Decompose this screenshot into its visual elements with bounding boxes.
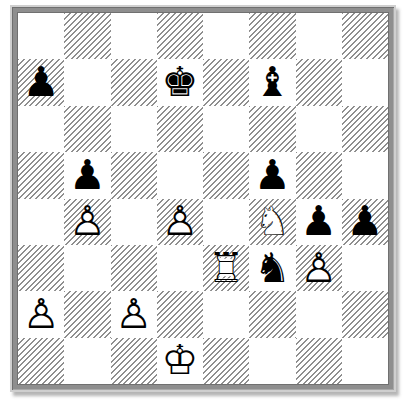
square-e3[interactable]: ♜♖ bbox=[203, 245, 249, 291]
white-pawn-b4: ♙ bbox=[64, 199, 110, 245]
square-g5[interactable] bbox=[296, 152, 342, 198]
square-a4[interactable] bbox=[18, 199, 64, 245]
square-b6[interactable] bbox=[64, 106, 110, 152]
square-g7[interactable] bbox=[296, 59, 342, 105]
square-c5[interactable] bbox=[111, 152, 157, 198]
square-b3[interactable] bbox=[64, 245, 110, 291]
square-a3[interactable] bbox=[18, 245, 64, 291]
square-h8[interactable] bbox=[342, 13, 388, 59]
square-h2[interactable] bbox=[342, 291, 388, 337]
square-c1[interactable] bbox=[111, 338, 157, 384]
square-c4[interactable] bbox=[111, 199, 157, 245]
square-b2[interactable] bbox=[64, 291, 110, 337]
square-h4[interactable]: ♟ bbox=[342, 199, 388, 245]
square-b7[interactable] bbox=[64, 59, 110, 105]
square-b4[interactable]: ♟♙ bbox=[64, 199, 110, 245]
square-b1[interactable] bbox=[64, 338, 110, 384]
square-b8[interactable] bbox=[64, 13, 110, 59]
square-c2[interactable]: ♟♙ bbox=[111, 291, 157, 337]
square-a8[interactable] bbox=[18, 13, 64, 59]
white-pawn-d4: ♙ bbox=[157, 199, 203, 245]
square-d8[interactable] bbox=[157, 13, 203, 59]
square-a2[interactable]: ♟♙ bbox=[18, 291, 64, 337]
black-pawn-h4: ♟ bbox=[342, 199, 388, 245]
square-f4[interactable]: ♞♘ bbox=[249, 199, 295, 245]
square-a6[interactable] bbox=[18, 106, 64, 152]
square-c7[interactable] bbox=[111, 59, 157, 105]
square-g2[interactable] bbox=[296, 291, 342, 337]
square-h7[interactable] bbox=[342, 59, 388, 105]
white-pawn-g3: ♙ bbox=[296, 245, 342, 291]
square-b5[interactable]: ♟ bbox=[64, 152, 110, 198]
square-e4[interactable] bbox=[203, 199, 249, 245]
square-d5[interactable] bbox=[157, 152, 203, 198]
square-f6[interactable] bbox=[249, 106, 295, 152]
square-f3[interactable]: ♞ bbox=[249, 245, 295, 291]
square-c8[interactable] bbox=[111, 13, 157, 59]
black-knight-f3: ♞ bbox=[249, 245, 295, 291]
black-king-d7: ♚ bbox=[157, 59, 203, 105]
square-a1[interactable] bbox=[18, 338, 64, 384]
white-knight-f4: ♘ bbox=[249, 199, 295, 245]
square-e6[interactable] bbox=[203, 106, 249, 152]
black-pawn-b5: ♟ bbox=[64, 152, 110, 198]
black-pawn-a7: ♟ bbox=[18, 59, 64, 105]
square-h6[interactable] bbox=[342, 106, 388, 152]
square-c3[interactable] bbox=[111, 245, 157, 291]
square-d2[interactable] bbox=[157, 291, 203, 337]
square-c6[interactable] bbox=[111, 106, 157, 152]
square-e2[interactable] bbox=[203, 291, 249, 337]
square-f5[interactable]: ♟ bbox=[249, 152, 295, 198]
square-f1[interactable] bbox=[249, 338, 295, 384]
square-g8[interactable] bbox=[296, 13, 342, 59]
black-bishop-f7: ♝ bbox=[249, 59, 295, 105]
square-a5[interactable] bbox=[18, 152, 64, 198]
square-d6[interactable] bbox=[157, 106, 203, 152]
white-pawn-a2: ♙ bbox=[18, 291, 64, 337]
square-g1[interactable] bbox=[296, 338, 342, 384]
square-d1[interactable]: ♚♔ bbox=[157, 338, 203, 384]
square-h3[interactable] bbox=[342, 245, 388, 291]
black-pawn-g4: ♟ bbox=[296, 199, 342, 245]
square-e8[interactable] bbox=[203, 13, 249, 59]
white-king-d1: ♔ bbox=[157, 338, 203, 384]
square-h5[interactable] bbox=[342, 152, 388, 198]
white-rook-e3: ♖ bbox=[203, 245, 249, 291]
square-g4[interactable]: ♟ bbox=[296, 199, 342, 245]
square-f7[interactable]: ♝ bbox=[249, 59, 295, 105]
square-f8[interactable] bbox=[249, 13, 295, 59]
black-pawn-f5: ♟ bbox=[249, 152, 295, 198]
square-e5[interactable] bbox=[203, 152, 249, 198]
square-d3[interactable] bbox=[157, 245, 203, 291]
square-d4[interactable]: ♟♙ bbox=[157, 199, 203, 245]
square-g3[interactable]: ♟♙ bbox=[296, 245, 342, 291]
square-f2[interactable] bbox=[249, 291, 295, 337]
white-pawn-c2: ♙ bbox=[111, 291, 157, 337]
square-e7[interactable] bbox=[203, 59, 249, 105]
board-frame: ♟♚♝♟♟♟♙♟♙♞♘♟♟♜♖♞♟♙♟♙♟♙♚♔ bbox=[10, 5, 396, 392]
square-e1[interactable] bbox=[203, 338, 249, 384]
square-h1[interactable] bbox=[342, 338, 388, 384]
square-d7[interactable]: ♚ bbox=[157, 59, 203, 105]
square-g6[interactable] bbox=[296, 106, 342, 152]
chess-board: ♟♚♝♟♟♟♙♟♙♞♘♟♟♜♖♞♟♙♟♙♟♙♚♔ bbox=[17, 12, 389, 385]
square-a7[interactable]: ♟ bbox=[18, 59, 64, 105]
